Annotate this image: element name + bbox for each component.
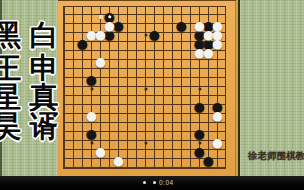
player-name-char: 星: [0, 83, 24, 112]
white-stone: ●: [86, 110, 98, 122]
go-board: ●●●●●●●●●●●●●●●●●●●●●●●●●●●●●●●●●: [58, 0, 236, 177]
white-label: 白: [27, 21, 61, 50]
player-name-char: 昊: [0, 112, 24, 141]
player-name-char: 真: [27, 83, 61, 112]
video-time: 0:04: [159, 179, 174, 187]
ko-point-marker: [99, 15, 103, 19]
player-name-char: 申: [27, 54, 61, 83]
star-point: [198, 87, 201, 90]
black-stone: ●: [176, 20, 188, 32]
white-player-name: 申真谞: [27, 54, 61, 141]
black-label: 黑: [0, 21, 24, 50]
white-stone: ●: [113, 155, 125, 167]
black-stone: ●: [194, 128, 206, 140]
star-point: [144, 87, 147, 90]
white-stone: ●: [95, 146, 107, 158]
video-frame[interactable]: ●●●●●●●●●●●●●●●●●●●●●●●●●●●●●●●●● 黑 王星昊 …: [0, 0, 304, 190]
star-point: [144, 141, 147, 144]
black-stone: ●: [194, 101, 206, 113]
white-stone: ●: [203, 47, 215, 59]
board-grid: ●●●●●●●●●●●●●●●●●●●●●●●●●●●●●●●●●: [63, 6, 226, 169]
last-move-marker: [108, 15, 112, 19]
channel-watermark: 徐老师围棋教室: [248, 150, 304, 163]
black-stone: ●: [86, 128, 98, 140]
video-progress-dot-icon[interactable]: [143, 181, 146, 184]
black-stone: ●: [86, 74, 98, 86]
star-point: [90, 141, 93, 144]
black-stone: ●: [203, 155, 215, 167]
video-marker-dot-icon: [153, 181, 156, 184]
black-player-name: 王星昊: [0, 54, 24, 141]
white-stone: ●: [95, 29, 107, 41]
star-point: [144, 33, 147, 36]
black-stone: ●: [149, 29, 161, 41]
video-control-bar[interactable]: 0:04: [0, 176, 304, 190]
white-stone: ●: [95, 56, 107, 68]
white-stone: ●: [212, 137, 224, 149]
player-name-char: 谞: [27, 112, 61, 141]
player-name-char: 王: [0, 54, 24, 83]
white-stone: ●: [212, 110, 224, 122]
star-point: [90, 87, 93, 90]
board-edge-shadow: [236, 0, 240, 176]
